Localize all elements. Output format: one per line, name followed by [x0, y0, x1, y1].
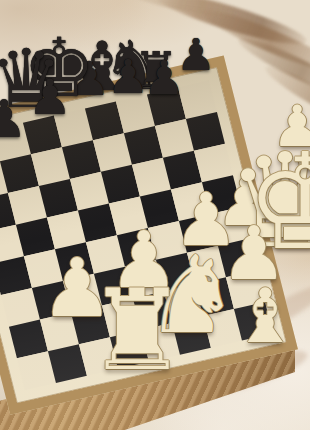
- piece-white-bishop-g1[interactable]: ♝: [231, 279, 298, 354]
- piece-black-pawn-d7[interactable]: ♟: [28, 73, 72, 122]
- piece-white-rook-e1[interactable]: ♜: [87, 274, 187, 386]
- piece-black-pawn-c7[interactable]: ♟: [0, 93, 27, 145]
- piece-black-pawn-g7[interactable]: ♟: [143, 54, 185, 101]
